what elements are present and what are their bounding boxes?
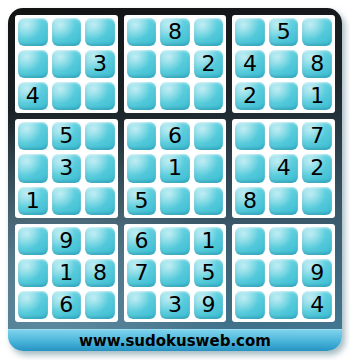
box-1-3: 54821 [232,15,335,113]
sudoku-board: 3482548215316157428918661753994 www.sudo… [8,8,342,351]
cell-r8c5[interactable] [160,259,190,287]
cell-r5c1[interactable] [18,154,48,182]
cell-r8c8[interactable] [269,259,299,287]
cell-r7c6[interactable]: 1 [194,227,224,255]
cell-r1c9[interactable] [302,18,332,46]
cell-r6c6[interactable] [194,187,224,215]
cell-r2c6[interactable]: 2 [194,50,224,78]
cell-r9c9[interactable]: 4 [302,291,332,319]
box-2-3: 7428 [232,119,335,217]
cell-r2c3[interactable]: 3 [85,50,115,78]
cell-r7c1[interactable] [18,227,48,255]
cell-r8c4[interactable]: 7 [127,259,157,287]
cell-r3c3[interactable] [85,82,115,110]
cell-r5c2[interactable]: 3 [52,154,82,182]
box-3-2: 617539 [124,224,227,322]
sudoku-grid: 3482548215316157428918661753994 [8,8,342,329]
cell-r1c3[interactable] [85,18,115,46]
cell-r1c5[interactable]: 8 [160,18,190,46]
box-2-1: 531 [15,119,118,217]
cell-r5c8[interactable]: 4 [269,154,299,182]
box-1-1: 34 [15,15,118,113]
cell-r2c1[interactable] [18,50,48,78]
cell-r5c3[interactable] [85,154,115,182]
cell-r3c8[interactable] [269,82,299,110]
box-1-2: 82 [124,15,227,113]
cell-r2c5[interactable] [160,50,190,78]
cell-r5c4[interactable] [127,154,157,182]
cell-r3c9[interactable]: 1 [302,82,332,110]
cell-r9c1[interactable] [18,291,48,319]
cell-r6c4[interactable]: 5 [127,187,157,215]
cell-r1c1[interactable] [18,18,48,46]
cell-r4c1[interactable] [18,122,48,150]
cell-r2c8[interactable] [269,50,299,78]
cell-r6c8[interactable] [269,187,299,215]
cell-r8c9[interactable]: 9 [302,259,332,287]
cell-r6c9[interactable] [302,187,332,215]
site-url[interactable]: www.sudokusweb.com [79,332,271,350]
cell-r5c6[interactable] [194,154,224,182]
cell-r7c8[interactable] [269,227,299,255]
cell-r7c7[interactable] [235,227,265,255]
cell-r7c5[interactable] [160,227,190,255]
cell-r8c1[interactable] [18,259,48,287]
cell-r7c4[interactable]: 6 [127,227,157,255]
cell-r3c4[interactable] [127,82,157,110]
box-2-2: 615 [124,119,227,217]
cell-r2c9[interactable]: 8 [302,50,332,78]
cell-r9c5[interactable]: 3 [160,291,190,319]
cell-r4c9[interactable]: 7 [302,122,332,150]
cell-r5c5[interactable]: 1 [160,154,190,182]
cell-r8c6[interactable]: 5 [194,259,224,287]
cell-r3c6[interactable] [194,82,224,110]
cell-r1c4[interactable] [127,18,157,46]
cell-r6c5[interactable] [160,187,190,215]
cell-r9c8[interactable] [269,291,299,319]
cell-r7c3[interactable] [85,227,115,255]
cell-r4c3[interactable] [85,122,115,150]
cell-r8c7[interactable] [235,259,265,287]
site-footer-bar: www.sudokusweb.com [8,329,342,351]
cell-r5c9[interactable]: 2 [302,154,332,182]
cell-r9c3[interactable] [85,291,115,319]
cell-r6c1[interactable]: 1 [18,187,48,215]
cell-r9c2[interactable]: 6 [52,291,82,319]
cell-r8c3[interactable]: 8 [85,259,115,287]
cell-r4c6[interactable] [194,122,224,150]
cell-r5c7[interactable] [235,154,265,182]
cell-r1c2[interactable] [52,18,82,46]
box-3-3: 94 [232,224,335,322]
cell-r8c2[interactable]: 1 [52,259,82,287]
cell-r7c2[interactable]: 9 [52,227,82,255]
cell-r3c1[interactable]: 4 [18,82,48,110]
cell-r2c7[interactable]: 4 [235,50,265,78]
cell-r6c2[interactable] [52,187,82,215]
cell-r1c8[interactable]: 5 [269,18,299,46]
cell-r7c9[interactable] [302,227,332,255]
cell-r3c7[interactable]: 2 [235,82,265,110]
cell-r2c4[interactable] [127,50,157,78]
box-3-1: 9186 [15,224,118,322]
cell-r6c7[interactable]: 8 [235,187,265,215]
cell-r4c8[interactable] [269,122,299,150]
cell-r9c4[interactable] [127,291,157,319]
cell-r6c3[interactable] [85,187,115,215]
cell-r2c2[interactable] [52,50,82,78]
cell-r4c2[interactable]: 5 [52,122,82,150]
cell-r3c2[interactable] [52,82,82,110]
cell-r4c5[interactable]: 6 [160,122,190,150]
cell-r9c7[interactable] [235,291,265,319]
cell-r4c4[interactable] [127,122,157,150]
cell-r9c6[interactable]: 9 [194,291,224,319]
cell-r3c5[interactable] [160,82,190,110]
cell-r1c6[interactable] [194,18,224,46]
cell-r1c7[interactable] [235,18,265,46]
cell-r4c7[interactable] [235,122,265,150]
